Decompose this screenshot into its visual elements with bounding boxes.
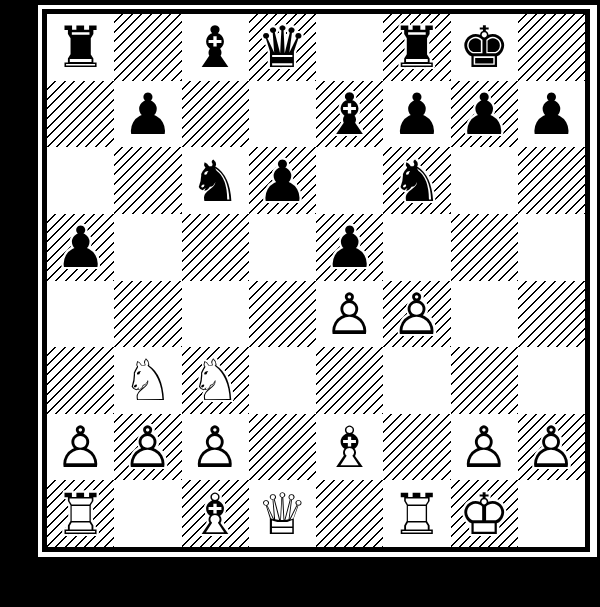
square-e4[interactable]: ♟♙	[316, 281, 383, 348]
piece-black-pawn: ♟♟	[383, 81, 450, 148]
piece-black-pawn: ♟♟	[249, 147, 316, 214]
piece-black-king: ♚♚	[451, 14, 518, 81]
piece-glyph: ♝	[324, 81, 375, 147]
square-h5[interactable]	[518, 214, 585, 281]
square-g5[interactable]	[451, 214, 518, 281]
piece-glyph: ♞	[391, 148, 442, 214]
square-a6[interactable]	[47, 147, 114, 214]
square-d5[interactable]	[249, 214, 316, 281]
square-b3[interactable]: ♞♘	[114, 347, 181, 414]
piece-glyph: ♙	[55, 414, 106, 480]
square-e5[interactable]: ♟♟	[316, 214, 383, 281]
piece-glyph: ♝	[190, 14, 241, 80]
piece-glyph: ♞	[190, 148, 241, 214]
piece-glyph: ♚	[459, 14, 510, 80]
square-h7[interactable]: ♟♟	[518, 81, 585, 148]
square-f2[interactable]	[383, 414, 450, 481]
piece-white-pawn: ♟♙	[114, 414, 181, 481]
piece-black-knight: ♞♞	[383, 147, 450, 214]
piece-black-rook: ♜♜	[47, 14, 114, 81]
piece-glyph: ♟	[257, 148, 308, 214]
piece-white-rook: ♜♖	[47, 480, 114, 547]
piece-glyph: ♙	[391, 281, 442, 347]
piece-white-pawn: ♟♙	[518, 414, 585, 481]
piece-glyph: ♔	[459, 481, 510, 547]
piece-glyph: ♙	[526, 414, 577, 480]
square-d6[interactable]: ♟♟	[249, 147, 316, 214]
piece-white-rook: ♜♖	[383, 480, 450, 547]
square-g7[interactable]: ♟♟	[451, 81, 518, 148]
square-e7[interactable]: ♝♝	[316, 81, 383, 148]
square-b2[interactable]: ♟♙	[114, 414, 181, 481]
square-g2[interactable]: ♟♙	[451, 414, 518, 481]
square-d3[interactable]	[249, 347, 316, 414]
square-g3[interactable]	[451, 347, 518, 414]
square-b7[interactable]: ♟♟	[114, 81, 181, 148]
square-h6[interactable]	[518, 147, 585, 214]
square-f5[interactable]	[383, 214, 450, 281]
square-h1[interactable]	[518, 480, 585, 547]
piece-white-pawn: ♟♙	[182, 414, 249, 481]
square-f4[interactable]: ♟♙	[383, 281, 450, 348]
piece-white-knight: ♞♘	[182, 347, 249, 414]
square-c7[interactable]	[182, 81, 249, 148]
piece-glyph: ♖	[391, 481, 442, 547]
square-a5[interactable]: ♟♟	[47, 214, 114, 281]
piece-black-pawn: ♟♟	[316, 214, 383, 281]
piece-glyph: ♕	[257, 481, 308, 547]
piece-glyph: ♗	[324, 414, 375, 480]
square-d1[interactable]: ♛♕	[249, 480, 316, 547]
piece-glyph: ♘	[190, 347, 241, 413]
square-g6[interactable]	[451, 147, 518, 214]
piece-white-king: ♚♔	[451, 480, 518, 547]
piece-white-pawn: ♟♙	[383, 281, 450, 348]
square-b6[interactable]	[114, 147, 181, 214]
piece-glyph: ♘	[122, 347, 173, 413]
square-c8[interactable]: ♝♝	[182, 14, 249, 81]
square-f6[interactable]: ♞♞	[383, 147, 450, 214]
square-f3[interactable]	[383, 347, 450, 414]
piece-glyph: ♙	[190, 414, 241, 480]
piece-glyph: ♙	[459, 414, 510, 480]
square-a7[interactable]	[47, 81, 114, 148]
piece-glyph: ♛	[257, 14, 308, 80]
piece-glyph: ♟	[391, 81, 442, 147]
piece-black-knight: ♞♞	[182, 147, 249, 214]
piece-glyph: ♟	[526, 81, 577, 147]
piece-black-pawn: ♟♟	[518, 81, 585, 148]
square-a4[interactable]	[47, 281, 114, 348]
piece-black-queen: ♛♛	[249, 14, 316, 81]
chess-board: ♜♜♝♝♛♛♜♜♚♚♟♟♝♝♟♟♟♟♟♟♞♞♟♟♞♞♟♟♟♟♟♙♟♙♞♘♞♘♟♙…	[42, 9, 590, 552]
square-b8[interactable]	[114, 14, 181, 81]
piece-black-pawn: ♟♟	[47, 214, 114, 281]
square-e2[interactable]: ♝♗	[316, 414, 383, 481]
piece-glyph: ♟	[324, 214, 375, 280]
square-e1[interactable]	[316, 480, 383, 547]
square-a8[interactable]: ♜♜	[47, 14, 114, 81]
square-b1[interactable]	[114, 480, 181, 547]
piece-black-pawn: ♟♟	[451, 81, 518, 148]
square-d2[interactable]	[249, 414, 316, 481]
square-e8[interactable]	[316, 14, 383, 81]
square-b4[interactable]	[114, 281, 181, 348]
diagram-sheet: ♜♜♝♝♛♛♜♜♚♚♟♟♝♝♟♟♟♟♟♟♞♞♟♟♞♞♟♟♟♟♟♙♟♙♞♘♞♘♟♙…	[38, 5, 597, 557]
square-g4[interactable]	[451, 281, 518, 348]
square-f7[interactable]: ♟♟	[383, 81, 450, 148]
piece-white-pawn: ♟♙	[47, 414, 114, 481]
square-c4[interactable]	[182, 281, 249, 348]
piece-white-bishop: ♝♗	[316, 414, 383, 481]
square-e6[interactable]	[316, 147, 383, 214]
piece-glyph: ♗	[190, 481, 241, 547]
square-h8[interactable]	[518, 14, 585, 81]
square-c2[interactable]: ♟♙	[182, 414, 249, 481]
square-h3[interactable]	[518, 347, 585, 414]
piece-black-bishop: ♝♝	[182, 14, 249, 81]
piece-black-bishop: ♝♝	[316, 81, 383, 148]
square-c6[interactable]: ♞♞	[182, 147, 249, 214]
piece-black-rook: ♜♜	[383, 14, 450, 81]
square-b5[interactable]	[114, 214, 181, 281]
piece-white-pawn: ♟♙	[451, 414, 518, 481]
piece-black-pawn: ♟♟	[114, 81, 181, 148]
piece-glyph: ♟	[459, 81, 510, 147]
piece-glyph: ♟	[122, 81, 173, 147]
piece-white-queen: ♛♕	[249, 480, 316, 547]
piece-glyph: ♖	[55, 481, 106, 547]
square-d7[interactable]	[249, 81, 316, 148]
square-d4[interactable]	[249, 281, 316, 348]
piece-glyph: ♜	[55, 14, 106, 80]
piece-glyph: ♜	[391, 14, 442, 80]
piece-glyph: ♙	[324, 281, 375, 347]
square-c5[interactable]	[182, 214, 249, 281]
square-a1[interactable]: ♜♖	[47, 480, 114, 547]
square-e3[interactable]	[316, 347, 383, 414]
piece-white-knight: ♞♘	[114, 347, 181, 414]
square-h4[interactable]	[518, 281, 585, 348]
piece-white-bishop: ♝♗	[182, 480, 249, 547]
square-c3[interactable]: ♞♘	[182, 347, 249, 414]
square-a3[interactable]	[47, 347, 114, 414]
square-a2[interactable]: ♟♙	[47, 414, 114, 481]
piece-glyph: ♙	[122, 414, 173, 480]
piece-glyph: ♟	[55, 214, 106, 280]
square-d8[interactable]: ♛♛	[249, 14, 316, 81]
square-g1[interactable]: ♚♔	[451, 480, 518, 547]
piece-white-pawn: ♟♙	[316, 281, 383, 348]
square-c1[interactable]: ♝♗	[182, 480, 249, 547]
square-g8[interactable]: ♚♚	[451, 14, 518, 81]
square-f1[interactable]: ♜♖	[383, 480, 450, 547]
square-h2[interactable]: ♟♙	[518, 414, 585, 481]
square-f8[interactable]: ♜♜	[383, 14, 450, 81]
